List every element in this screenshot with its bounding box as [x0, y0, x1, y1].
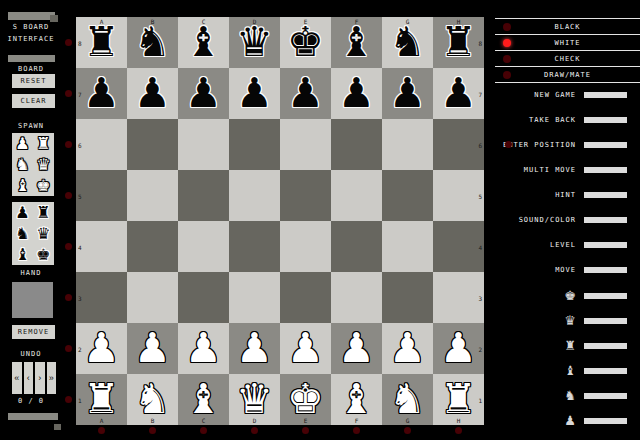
rank-label-2: 2 — [478, 345, 482, 352]
file-label-b: B — [127, 18, 178, 25]
rank-label-7: 7 — [78, 90, 82, 97]
piece-bishop-button[interactable] — [584, 368, 627, 374]
square-f6[interactable] — [331, 119, 382, 170]
square-g2[interactable]: ♟ — [382, 323, 433, 374]
rank-led-6 — [65, 141, 72, 148]
square-d7[interactable]: ♟ — [229, 68, 280, 119]
square-d2[interactable]: ♟ — [229, 323, 280, 374]
status-row-check: CHECK — [495, 50, 640, 66]
square-h4[interactable]: 4 — [433, 221, 484, 272]
spawn-white-bishop[interactable]: ♝ — [12, 175, 33, 196]
square-d3[interactable] — [229, 272, 280, 323]
square-d4[interactable] — [229, 221, 280, 272]
file-label-h: H — [433, 18, 484, 25]
square-g6[interactable] — [382, 119, 433, 170]
white-pawn: ♟ — [280, 323, 331, 374]
piece-row-bishop: ♝ — [495, 363, 640, 378]
rank-led-1 — [65, 396, 72, 403]
square-b2[interactable]: ♟ — [127, 323, 178, 374]
status-label: WHITE — [554, 39, 580, 47]
status-label: DRAW/MATE — [544, 71, 591, 79]
square-f5[interactable] — [331, 170, 382, 221]
spawn-white-king[interactable]: ♚ — [33, 175, 54, 196]
square-e4[interactable] — [280, 221, 331, 272]
square-b4[interactable] — [127, 221, 178, 272]
label-level: LEVEL — [550, 241, 576, 249]
piece-row-queen: ♛ — [495, 313, 640, 328]
square-d1[interactable]: ♛D — [229, 374, 280, 425]
spawn-white-pawn[interactable]: ♟ — [12, 133, 33, 154]
square-g8[interactable]: ♞G — [382, 17, 433, 68]
black-knight-icon: ♞ — [15, 226, 29, 242]
square-a1[interactable]: ♜A1 — [76, 374, 127, 425]
file-led-a — [98, 427, 105, 434]
square-h8[interactable]: ♜H8 — [433, 17, 484, 68]
spawn-black-bishop[interactable]: ♝ — [12, 244, 33, 265]
square-d6[interactable] — [229, 119, 280, 170]
square-a7[interactable]: ♟7 — [76, 68, 127, 119]
white-rook-icon: ♜ — [36, 136, 50, 152]
file-led-h — [455, 427, 462, 434]
led-enter-position — [505, 141, 512, 148]
led-black — [503, 23, 511, 31]
queen-icon: ♛ — [564, 314, 576, 327]
square-f4[interactable] — [331, 221, 382, 272]
undo-counter: 0 / 0 — [4, 397, 58, 405]
label-sound-color: SOUND/COLOR — [519, 216, 576, 224]
undo-controls: «‹›» — [12, 362, 56, 394]
function-row-move: MOVE — [495, 262, 640, 277]
clear-button[interactable]: CLEAR — [12, 94, 55, 108]
black-pawn: ♟ — [76, 68, 127, 119]
file-label-c: C — [178, 417, 229, 424]
rank-label-1: 1 — [78, 396, 82, 403]
file-label-b: B — [127, 417, 178, 424]
rank-label-4: 4 — [78, 243, 82, 250]
app-title-line1: S BOARD — [4, 23, 58, 31]
square-g4[interactable] — [382, 221, 433, 272]
white-pawn: ♟ — [178, 323, 229, 374]
black-queen-icon: ♛ — [36, 226, 50, 242]
file-label-d: D — [229, 18, 280, 25]
function-row-hint: HINT — [495, 187, 640, 202]
square-c1[interactable]: ♝C — [178, 374, 229, 425]
spawn-palette-black: ♟♜♞♛♝♚ — [12, 202, 54, 265]
knight-icon: ♞ — [564, 389, 576, 402]
square-g5[interactable] — [382, 170, 433, 221]
black-pawn-icon: ♟ — [15, 205, 29, 221]
corner-marker-bottom — [54, 424, 61, 430]
function-row-new-game: NEW GAME — [495, 87, 640, 102]
black-pawn: ♟ — [331, 68, 382, 119]
function-row-sound-color: SOUND/COLOR — [495, 212, 640, 227]
rank-label-8: 8 — [478, 39, 482, 46]
square-b3[interactable] — [127, 272, 178, 323]
spawn-black-queen[interactable]: ♛ — [33, 223, 54, 244]
rank-label-2: 2 — [78, 345, 82, 352]
spawn-section-label: SPAWN — [4, 122, 58, 130]
rook-icon: ♜ — [564, 339, 576, 352]
spawn-black-knight[interactable]: ♞ — [12, 223, 33, 244]
undo-forward-button[interactable]: › — [35, 362, 45, 394]
square-e8[interactable]: ♚E — [280, 17, 331, 68]
undo-back-button[interactable]: ‹ — [24, 362, 34, 394]
white-queen-icon: ♛ — [36, 157, 50, 173]
square-c4[interactable] — [178, 221, 229, 272]
rank-label-3: 3 — [78, 294, 82, 301]
file-label-c: C — [178, 18, 229, 25]
square-f2[interactable]: ♟ — [331, 323, 382, 374]
sidebar-bottom-bar — [8, 413, 58, 420]
piece-king-button[interactable] — [584, 293, 627, 299]
pawn-icon: ♟ — [564, 414, 576, 427]
square-h7[interactable]: ♟7 — [433, 68, 484, 119]
black-bishop-icon: ♝ — [15, 247, 29, 263]
square-h2[interactable]: ♟2 — [433, 323, 484, 374]
square-b1[interactable]: ♞B — [127, 374, 178, 425]
white-pawn: ♟ — [76, 323, 127, 374]
black-rook-icon: ♜ — [36, 205, 50, 221]
black-pawn: ♟ — [382, 68, 433, 119]
black-pawn: ♟ — [280, 68, 331, 119]
white-pawn: ♟ — [331, 323, 382, 374]
square-e6[interactable] — [280, 119, 331, 170]
remove-button[interactable]: REMOVE — [12, 325, 55, 339]
square-d5[interactable] — [229, 170, 280, 221]
hand-box[interactable] — [12, 282, 53, 318]
black-king-icon: ♚ — [36, 247, 50, 263]
file-label-d: D — [229, 417, 280, 424]
white-pawn: ♟ — [433, 323, 484, 374]
white-pawn: ♟ — [127, 323, 178, 374]
piece-rook-button[interactable] — [584, 343, 627, 349]
square-b5[interactable] — [127, 170, 178, 221]
status-row-black: BLACK — [495, 18, 640, 34]
sidebar-top-bar — [8, 12, 55, 20]
square-a2[interactable]: ♟2 — [76, 323, 127, 374]
status-label: CHECK — [554, 55, 580, 63]
file-label-a: A — [76, 18, 127, 25]
square-c3[interactable] — [178, 272, 229, 323]
piece-row-rook: ♜ — [495, 338, 640, 353]
square-h6[interactable]: 6 — [433, 119, 484, 170]
rank-label-5: 5 — [478, 192, 482, 199]
undo-section-label: UNDO — [4, 350, 58, 358]
rank-label-6: 6 — [478, 141, 482, 148]
label-enter-position: ENTER POSITION — [503, 141, 576, 149]
spawn-white-rook[interactable]: ♜ — [33, 133, 54, 154]
hint-button[interactable] — [584, 192, 627, 198]
label-multi-move: MULTI MOVE — [524, 166, 576, 174]
spawn-black-rook[interactable]: ♜ — [33, 202, 54, 223]
square-h3[interactable]: 3 — [433, 272, 484, 323]
rank-led-8 — [65, 39, 72, 46]
white-pawn: ♟ — [229, 323, 280, 374]
square-f7[interactable]: ♟ — [331, 68, 382, 119]
black-pawn: ♟ — [433, 68, 484, 119]
led-draw-mate — [503, 71, 511, 79]
file-led-f — [353, 427, 360, 434]
move-button[interactable] — [584, 267, 627, 273]
rank-led-3 — [65, 294, 72, 301]
rank-led-7 — [65, 90, 72, 97]
piece-pawn-button[interactable] — [584, 418, 627, 424]
piece-knight-button[interactable] — [584, 393, 627, 399]
black-pawn: ♟ — [178, 68, 229, 119]
square-b8[interactable]: ♞B — [127, 17, 178, 68]
square-a6[interactable]: 6 — [76, 119, 127, 170]
square-g1[interactable]: ♞G — [382, 374, 433, 425]
square-c7[interactable]: ♟ — [178, 68, 229, 119]
square-c5[interactable] — [178, 170, 229, 221]
multi-move-button[interactable] — [584, 167, 627, 173]
square-e1[interactable]: ♚E — [280, 374, 331, 425]
square-e2[interactable]: ♟ — [280, 323, 331, 374]
king-icon: ♚ — [564, 289, 576, 302]
rank-led-4 — [65, 243, 72, 250]
square-f8[interactable]: ♝F — [331, 17, 382, 68]
board-section-label: BOARD — [4, 65, 58, 73]
file-label-e: E — [280, 417, 331, 424]
label-take-back: TAKE BACK — [529, 116, 576, 124]
white-bishop-icon: ♝ — [15, 178, 29, 194]
black-pawn: ♟ — [229, 68, 280, 119]
rank-led-5 — [65, 192, 72, 199]
square-a3[interactable]: 3 — [76, 272, 127, 323]
bishop-icon: ♝ — [564, 364, 576, 377]
undo-fast-back-button[interactable]: « — [12, 362, 22, 394]
spawn-palette-white: ♟♜♞♛♝♚ — [12, 133, 54, 196]
white-knight-icon: ♞ — [15, 157, 29, 173]
label-move: MOVE — [555, 266, 576, 274]
square-g3[interactable] — [382, 272, 433, 323]
status-label: BLACK — [554, 23, 580, 31]
hand-section-label: HAND — [4, 269, 58, 277]
file-label-h: H — [433, 417, 484, 424]
square-a4[interactable]: 4 — [76, 221, 127, 272]
rank-led-2 — [65, 345, 72, 352]
file-label-g: G — [382, 417, 433, 424]
square-e3[interactable] — [280, 272, 331, 323]
function-row-level: LEVEL — [495, 237, 640, 252]
square-d8[interactable]: ♛D — [229, 17, 280, 68]
square-f3[interactable] — [331, 272, 382, 323]
piece-queen-button[interactable] — [584, 318, 627, 324]
square-a5[interactable]: 5 — [76, 170, 127, 221]
square-e7[interactable]: ♟ — [280, 68, 331, 119]
spawn-black-pawn[interactable]: ♟ — [12, 202, 33, 223]
enter-position-button[interactable] — [584, 142, 627, 148]
spawn-white-queen[interactable]: ♛ — [33, 154, 54, 175]
status-row-draw-mate: DRAW/MATE — [495, 66, 640, 82]
white-pawn: ♟ — [382, 323, 433, 374]
square-b6[interactable] — [127, 119, 178, 170]
reset-button[interactable]: RESET — [12, 74, 55, 88]
square-h5[interactable]: 5 — [433, 170, 484, 221]
sound-color-button[interactable] — [584, 217, 627, 223]
square-f1[interactable]: ♝F — [331, 374, 382, 425]
sidebar-divider-bar — [8, 55, 55, 62]
rank-label-5: 5 — [78, 192, 82, 199]
rank-label-6: 6 — [78, 141, 82, 148]
file-led-e — [302, 427, 309, 434]
piece-row-pawn: ♟ — [495, 413, 640, 428]
rank-label-4: 4 — [478, 243, 482, 250]
corner-marker-top — [50, 15, 58, 22]
file-label-a: A — [76, 417, 127, 424]
status-led-panel: BLACKWHITECHECKDRAW/MATE — [495, 18, 640, 83]
white-king-icon: ♚ — [36, 178, 50, 194]
new-game-button[interactable] — [584, 92, 627, 98]
piece-row-king: ♚ — [495, 288, 640, 303]
square-c2[interactable]: ♟ — [178, 323, 229, 374]
led-white — [503, 39, 511, 47]
file-led-c — [200, 427, 207, 434]
spawn-black-king[interactable]: ♚ — [33, 244, 54, 265]
status-row-white: WHITE — [495, 34, 640, 50]
square-a8[interactable]: ♜A8 — [76, 17, 127, 68]
square-b7[interactable]: ♟ — [127, 68, 178, 119]
rank-label-7: 7 — [478, 90, 482, 97]
square-c6[interactable] — [178, 119, 229, 170]
function-row-enter-position: ENTER POSITION — [495, 137, 640, 152]
spawn-white-knight[interactable]: ♞ — [12, 154, 33, 175]
file-led-g — [404, 427, 411, 434]
white-pawn-icon: ♟ — [15, 136, 29, 152]
piece-row-knight: ♞ — [495, 388, 640, 403]
file-label-g: G — [382, 18, 433, 25]
square-h1[interactable]: ♜H1 — [433, 374, 484, 425]
black-pawn: ♟ — [127, 68, 178, 119]
app-title-line2: INTERFACE — [4, 35, 58, 43]
rank-label-8: 8 — [78, 39, 82, 46]
chess-computer-interface: S BOARD INTERFACE BOARD RESET CLEAR SPAW… — [0, 0, 640, 440]
label-hint: HINT — [555, 191, 576, 199]
square-g7[interactable]: ♟ — [382, 68, 433, 119]
file-led-b — [149, 427, 156, 434]
square-c8[interactable]: ♝C — [178, 17, 229, 68]
undo-fast-forward-button[interactable]: » — [47, 362, 57, 394]
function-row-take-back: TAKE BACK — [495, 112, 640, 127]
file-label-f: F — [331, 417, 382, 424]
rank-label-3: 3 — [478, 294, 482, 301]
function-row-multi-move: MULTI MOVE — [495, 162, 640, 177]
file-led-d — [251, 427, 258, 434]
file-label-e: E — [280, 18, 331, 25]
take-back-button[interactable] — [584, 117, 627, 123]
label-new-game: NEW GAME — [534, 91, 576, 99]
rank-label-1: 1 — [478, 396, 482, 403]
level-button[interactable] — [584, 242, 627, 248]
chess-board: ♜A8♞B♝C♛D♚E♝F♞G♜H8♟7♟♟♟♟♟♟♟766554433♟2♟♟… — [76, 17, 484, 425]
square-e5[interactable] — [280, 170, 331, 221]
led-check — [503, 55, 511, 63]
file-label-f: F — [331, 18, 382, 25]
